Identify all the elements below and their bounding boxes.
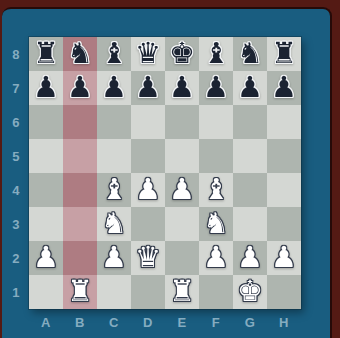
square-f7[interactable]: ♟ bbox=[199, 71, 233, 105]
square-a6[interactable] bbox=[29, 105, 63, 139]
piece-black-knight[interactable]: ♞ bbox=[63, 37, 97, 71]
square-h2[interactable]: ♟ bbox=[267, 241, 301, 275]
file-label-a: A bbox=[29, 310, 63, 334]
piece-black-pawn[interactable]: ♟ bbox=[199, 71, 233, 105]
square-a2[interactable]: ♟ bbox=[29, 241, 63, 275]
square-f3[interactable]: ♞ bbox=[199, 207, 233, 241]
square-b3[interactable] bbox=[63, 207, 97, 241]
square-e6[interactable] bbox=[165, 105, 199, 139]
file-label-b: B bbox=[63, 310, 97, 334]
board-frame: 87654321 ♜♞♝♛♚♝♞♜♟♟♟♟♟♟♟♟♝♟♟♝♞♞♟♟♛♟♟♟♜♜♚… bbox=[2, 7, 332, 338]
piece-white-pawn[interactable]: ♟ bbox=[233, 241, 267, 275]
square-h6[interactable] bbox=[267, 105, 301, 139]
square-g3[interactable] bbox=[233, 207, 267, 241]
piece-white-pawn[interactable]: ♟ bbox=[199, 241, 233, 275]
square-a5[interactable] bbox=[29, 139, 63, 173]
rank-label-1: 1 bbox=[7, 275, 25, 309]
square-g5[interactable] bbox=[233, 139, 267, 173]
square-a8[interactable]: ♜ bbox=[29, 37, 63, 71]
square-g7[interactable]: ♟ bbox=[233, 71, 267, 105]
square-d3[interactable] bbox=[131, 207, 165, 241]
square-e3[interactable] bbox=[165, 207, 199, 241]
square-a4[interactable] bbox=[29, 173, 63, 207]
piece-black-knight[interactable]: ♞ bbox=[233, 37, 267, 71]
square-h5[interactable] bbox=[267, 139, 301, 173]
square-h1[interactable] bbox=[267, 275, 301, 309]
square-b8[interactable]: ♞ bbox=[63, 37, 97, 71]
square-c4[interactable]: ♝ bbox=[97, 173, 131, 207]
square-e2[interactable] bbox=[165, 241, 199, 275]
piece-white-pawn[interactable]: ♟ bbox=[267, 241, 301, 275]
square-e8[interactable]: ♚ bbox=[165, 37, 199, 71]
file-label-g: G bbox=[233, 310, 267, 334]
square-e7[interactable]: ♟ bbox=[165, 71, 199, 105]
square-b1[interactable]: ♜ bbox=[63, 275, 97, 309]
square-f6[interactable] bbox=[199, 105, 233, 139]
square-h7[interactable]: ♟ bbox=[267, 71, 301, 105]
rank-label-5: 5 bbox=[7, 139, 25, 173]
square-c5[interactable] bbox=[97, 139, 131, 173]
square-c2[interactable]: ♟ bbox=[97, 241, 131, 275]
square-e1[interactable]: ♜ bbox=[165, 275, 199, 309]
square-b2[interactable] bbox=[63, 241, 97, 275]
piece-black-rook[interactable]: ♜ bbox=[29, 37, 63, 71]
square-f8[interactable]: ♝ bbox=[199, 37, 233, 71]
square-d5[interactable] bbox=[131, 139, 165, 173]
piece-white-queen[interactable]: ♛ bbox=[131, 241, 165, 275]
square-d7[interactable]: ♟ bbox=[131, 71, 165, 105]
rank-label-2: 2 bbox=[7, 241, 25, 275]
piece-white-knight[interactable]: ♞ bbox=[199, 207, 233, 241]
square-d1[interactable] bbox=[131, 275, 165, 309]
piece-white-rook[interactable]: ♜ bbox=[165, 275, 199, 309]
piece-white-rook[interactable]: ♜ bbox=[63, 275, 97, 309]
piece-black-bishop[interactable]: ♝ bbox=[97, 37, 131, 71]
piece-black-king[interactable]: ♚ bbox=[165, 37, 199, 71]
piece-white-pawn[interactable]: ♟ bbox=[29, 241, 63, 275]
square-b7[interactable]: ♟ bbox=[63, 71, 97, 105]
square-g2[interactable]: ♟ bbox=[233, 241, 267, 275]
square-f5[interactable] bbox=[199, 139, 233, 173]
square-a7[interactable]: ♟ bbox=[29, 71, 63, 105]
piece-black-pawn[interactable]: ♟ bbox=[267, 71, 301, 105]
square-g8[interactable]: ♞ bbox=[233, 37, 267, 71]
square-b4[interactable] bbox=[63, 173, 97, 207]
square-a1[interactable] bbox=[29, 275, 63, 309]
piece-white-pawn[interactable]: ♟ bbox=[97, 241, 131, 275]
square-f2[interactable]: ♟ bbox=[199, 241, 233, 275]
square-c6[interactable] bbox=[97, 105, 131, 139]
square-f1[interactable] bbox=[199, 275, 233, 309]
rank-label-6: 6 bbox=[7, 105, 25, 139]
square-c8[interactable]: ♝ bbox=[97, 37, 131, 71]
rank-label-4: 4 bbox=[7, 173, 25, 207]
piece-white-pawn[interactable]: ♟ bbox=[165, 173, 199, 207]
piece-white-bishop[interactable]: ♝ bbox=[97, 173, 131, 207]
square-c7[interactable]: ♟ bbox=[97, 71, 131, 105]
square-d6[interactable] bbox=[131, 105, 165, 139]
piece-black-rook[interactable]: ♜ bbox=[267, 37, 301, 71]
square-a3[interactable] bbox=[29, 207, 63, 241]
file-label-c: C bbox=[97, 310, 131, 334]
square-c1[interactable] bbox=[97, 275, 131, 309]
file-labels: ABCDEFGH bbox=[29, 310, 301, 334]
piece-white-knight[interactable]: ♞ bbox=[97, 207, 131, 241]
piece-black-pawn[interactable]: ♟ bbox=[63, 71, 97, 105]
piece-black-bishop[interactable]: ♝ bbox=[199, 37, 233, 71]
square-e4[interactable]: ♟ bbox=[165, 173, 199, 207]
square-d8[interactable]: ♛ bbox=[131, 37, 165, 71]
file-label-d: D bbox=[131, 310, 165, 334]
square-g1[interactable]: ♚ bbox=[233, 275, 267, 309]
file-label-h: H bbox=[267, 310, 301, 334]
square-f4[interactable]: ♝ bbox=[199, 173, 233, 207]
square-d4[interactable]: ♟ bbox=[131, 173, 165, 207]
file-label-e: E bbox=[165, 310, 199, 334]
square-h4[interactable] bbox=[267, 173, 301, 207]
piece-black-pawn[interactable]: ♟ bbox=[97, 71, 131, 105]
square-d2[interactable]: ♛ bbox=[131, 241, 165, 275]
square-b6[interactable] bbox=[63, 105, 97, 139]
square-g4[interactable] bbox=[233, 173, 267, 207]
piece-black-pawn[interactable]: ♟ bbox=[29, 71, 63, 105]
chess-board[interactable]: ♜♞♝♛♚♝♞♜♟♟♟♟♟♟♟♟♝♟♟♝♞♞♟♟♛♟♟♟♜♜♚ bbox=[29, 37, 301, 309]
piece-white-pawn[interactable]: ♟ bbox=[131, 173, 165, 207]
piece-white-king[interactable]: ♚ bbox=[233, 275, 267, 309]
square-h8[interactable]: ♜ bbox=[267, 37, 301, 71]
square-h3[interactable] bbox=[267, 207, 301, 241]
chess-app-screenshot: 87654321 ♜♞♝♛♚♝♞♜♟♟♟♟♟♟♟♟♝♟♟♝♞♞♟♟♛♟♟♟♜♜♚… bbox=[0, 0, 340, 338]
square-c3[interactable]: ♞ bbox=[97, 207, 131, 241]
square-e5[interactable] bbox=[165, 139, 199, 173]
rank-label-7: 7 bbox=[7, 71, 25, 105]
piece-black-pawn[interactable]: ♟ bbox=[233, 71, 267, 105]
piece-black-queen[interactable]: ♛ bbox=[131, 37, 165, 71]
rank-label-8: 8 bbox=[7, 37, 25, 71]
square-g6[interactable] bbox=[233, 105, 267, 139]
rank-label-3: 3 bbox=[7, 207, 25, 241]
square-b5[interactable] bbox=[63, 139, 97, 173]
piece-black-pawn[interactable]: ♟ bbox=[131, 71, 165, 105]
file-label-f: F bbox=[199, 310, 233, 334]
rank-labels: 87654321 bbox=[7, 37, 25, 309]
piece-black-pawn[interactable]: ♟ bbox=[165, 71, 199, 105]
piece-white-bishop[interactable]: ♝ bbox=[199, 173, 233, 207]
